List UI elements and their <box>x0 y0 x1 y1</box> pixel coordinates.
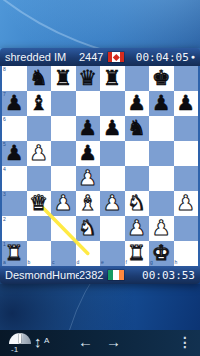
square-g7[interactable]: ♟ <box>149 91 174 116</box>
square-f2[interactable]: ♟ <box>125 216 150 241</box>
board-area: 8♞♜♛♜♚7♟♝♟♟♟6♟♟♞5♟♟♟4♟3♛♟♝♟♞♟2♞♟♟1a♜bcde… <box>0 66 200 266</box>
piece-black-pawn[interactable]: ♟ <box>78 141 97 166</box>
rank-label: 3 <box>3 192 6 197</box>
forward-move-button[interactable]: → <box>106 332 121 352</box>
square-f3[interactable]: ♞ <box>125 191 150 216</box>
piece-white-rook[interactable]: ♜ <box>127 241 146 266</box>
bottom-player-rating: 2382 <box>79 269 105 281</box>
rank-label: 4 <box>3 167 6 172</box>
top-player-rating: 2447 <box>79 51 105 63</box>
top-player-name: shredded IM <box>5 51 79 63</box>
square-d6[interactable]: ♟ <box>76 116 101 141</box>
square-e6[interactable]: ♟ <box>100 116 125 141</box>
square-e3[interactable]: ♟ <box>100 191 125 216</box>
piece-black-pawn[interactable]: ♟ <box>127 91 146 116</box>
piece-black-king[interactable]: ♚ <box>152 66 171 91</box>
square-d3[interactable]: ♝ <box>76 191 101 216</box>
piece-white-pawn[interactable]: ♟ <box>78 166 97 191</box>
rank-label: 7 <box>3 92 6 97</box>
square-c3[interactable]: ♟ <box>51 191 76 216</box>
piece-black-knight[interactable]: ♞ <box>127 116 146 141</box>
ireland-flag-icon <box>108 270 124 280</box>
bottom-player-name: DesmondHume <box>5 269 79 281</box>
square-d2[interactable]: ♞ <box>76 216 101 241</box>
file-label: h <box>175 260 178 265</box>
file-label: g <box>150 260 153 265</box>
piece-black-pawn[interactable]: ♟ <box>103 116 122 141</box>
top-player-clock: 00:04:05 <box>136 51 189 64</box>
piece-white-queen[interactable]: ♛ <box>29 191 48 216</box>
piece-black-pawn[interactable]: ♟ <box>152 91 171 116</box>
piece-white-pawn[interactable]: ♟ <box>152 216 171 241</box>
piece-white-pawn[interactable]: ♟ <box>103 191 122 216</box>
piece-black-pawn[interactable]: ♟ <box>5 141 24 166</box>
piece-white-bishop[interactable]: ♝ <box>78 191 97 216</box>
square-e8[interactable]: ♜ <box>100 66 125 91</box>
square-h7[interactable]: ♟ <box>174 91 199 116</box>
bottom-player-clock: 00:03:53 <box>142 269 195 282</box>
rank-label: 6 <box>3 117 6 122</box>
text-size-letter: A <box>44 336 49 345</box>
maple-leaf-icon <box>113 54 119 60</box>
file-label: d <box>77 260 80 265</box>
square-g2[interactable]: ♟ <box>149 216 174 241</box>
square-f1[interactable]: f♜ <box>125 241 150 266</box>
eval-gauge-icon[interactable] <box>9 333 31 344</box>
canada-flag-icon <box>108 52 124 62</box>
back-move-button[interactable]: ← <box>78 332 93 352</box>
piece-black-rook[interactable]: ♜ <box>54 66 73 91</box>
square-d4[interactable]: ♟ <box>76 166 101 191</box>
piece-black-rook[interactable]: ♜ <box>103 66 122 91</box>
piece-white-pawn[interactable]: ♟ <box>29 141 48 166</box>
square-g1[interactable]: g♚ <box>149 241 174 266</box>
file-label: a <box>3 260 6 265</box>
rank-label: 1 <box>3 242 6 247</box>
square-a7[interactable]: 7♟ <box>2 91 27 116</box>
square-b8[interactable]: ♞ <box>27 66 52 91</box>
updown-arrow-icon: ↕ <box>34 333 42 350</box>
top-player-bar: shredded IM 2447 00:04:05 ● <box>0 48 200 66</box>
square-f6[interactable]: ♞ <box>125 116 150 141</box>
piece-black-pawn[interactable]: ♟ <box>5 91 24 116</box>
piece-black-queen[interactable]: ♛ <box>78 66 97 91</box>
square-b7[interactable]: ♝ <box>27 91 52 116</box>
chess-app-window: shredded IM 2447 00:04:05 ● 8♞♜♛♜♚7♟♝♟♟♟… <box>0 48 200 284</box>
rank-label: 2 <box>3 217 6 222</box>
piece-white-knight[interactable]: ♞ <box>78 216 97 241</box>
piece-black-pawn[interactable]: ♟ <box>176 91 195 116</box>
file-label: c <box>52 260 55 265</box>
square-h3[interactable]: ♟ <box>174 191 199 216</box>
bottom-player-bar: DesmondHume 2382 00:03:53 <box>0 266 200 284</box>
square-a1[interactable]: 1a♜ <box>2 241 27 266</box>
text-size-button[interactable]: ↕ <box>34 333 42 351</box>
square-b5[interactable]: ♟ <box>27 141 52 166</box>
piece-white-pawn[interactable]: ♟ <box>54 191 73 216</box>
piece-black-knight[interactable]: ♞ <box>29 66 48 91</box>
rank-label: 5 <box>3 142 6 147</box>
square-g8[interactable]: ♚ <box>149 66 174 91</box>
piece-white-rook[interactable]: ♜ <box>5 241 24 266</box>
square-b3[interactable]: ♛ <box>27 191 52 216</box>
piece-black-bishop[interactable]: ♝ <box>29 91 48 116</box>
gauge-needle-icon <box>19 334 21 343</box>
overflow-menu-button[interactable]: ⋮ <box>178 333 192 351</box>
square-d8[interactable]: ♛ <box>76 66 101 91</box>
piece-white-pawn[interactable]: ♟ <box>176 191 195 216</box>
square-d5[interactable]: ♟ <box>76 141 101 166</box>
rank-label: 8 <box>3 67 6 72</box>
square-c8[interactable]: ♜ <box>51 66 76 91</box>
eval-score-label: -1 <box>11 345 18 354</box>
file-label: b <box>28 260 31 265</box>
piece-black-pawn[interactable]: ♟ <box>78 116 97 141</box>
square-f7[interactable]: ♟ <box>125 91 150 116</box>
piece-white-king[interactable]: ♚ <box>152 241 171 266</box>
piece-white-pawn[interactable]: ♟ <box>127 216 146 241</box>
file-label: e <box>101 260 104 265</box>
square-a5[interactable]: 5♟ <box>2 141 27 166</box>
file-label: f <box>126 260 127 265</box>
turn-indicator-dot: ● <box>191 48 195 66</box>
piece-white-knight[interactable]: ♞ <box>127 191 146 216</box>
bottom-toolbar: -1 ↕ A ← → ⋮ <box>0 330 200 356</box>
